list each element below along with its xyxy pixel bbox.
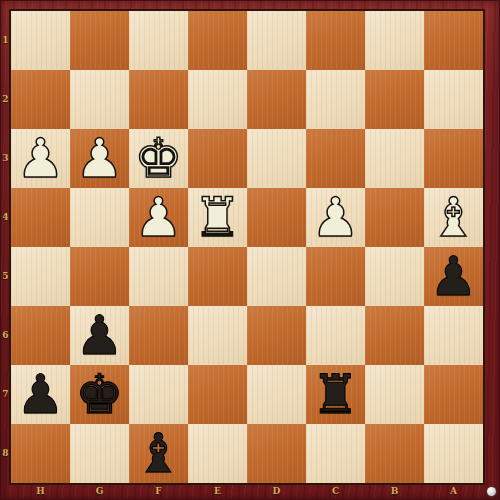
square-e6[interactable] bbox=[188, 306, 247, 365]
square-e4[interactable]: ♜ bbox=[188, 188, 247, 247]
square-h3[interactable]: ♟ bbox=[11, 129, 70, 188]
square-c4[interactable]: ♟ bbox=[306, 188, 365, 247]
square-h8[interactable] bbox=[11, 424, 70, 483]
white-pawn-g3[interactable]: ♟ bbox=[70, 129, 129, 188]
square-a3[interactable] bbox=[424, 129, 483, 188]
file-label-e: E bbox=[188, 483, 247, 500]
square-b6[interactable] bbox=[365, 306, 424, 365]
black-pawn-h7[interactable]: ♟ bbox=[11, 365, 70, 424]
rank-label-3: 3 bbox=[0, 129, 11, 188]
rank-label-5: 5 bbox=[0, 247, 11, 306]
square-g6[interactable]: ♟ bbox=[70, 306, 129, 365]
rank-label-6: 6 bbox=[0, 306, 11, 365]
white-pawn-c4[interactable]: ♟ bbox=[306, 188, 365, 247]
square-c1[interactable] bbox=[306, 11, 365, 70]
square-g7[interactable]: ♚ bbox=[70, 365, 129, 424]
square-b2[interactable] bbox=[365, 70, 424, 129]
square-f4[interactable]: ♟ bbox=[129, 188, 188, 247]
square-h6[interactable] bbox=[11, 306, 70, 365]
square-a1[interactable] bbox=[424, 11, 483, 70]
white-pawn-h3[interactable]: ♟ bbox=[11, 129, 70, 188]
white-rook-e4[interactable]: ♜ bbox=[188, 188, 247, 247]
square-e3[interactable] bbox=[188, 129, 247, 188]
square-d6[interactable] bbox=[247, 306, 306, 365]
black-pawn-a5[interactable]: ♟ bbox=[424, 247, 483, 306]
file-label-h: H bbox=[11, 483, 70, 500]
square-b7[interactable] bbox=[365, 365, 424, 424]
square-d1[interactable] bbox=[247, 11, 306, 70]
square-a7[interactable] bbox=[424, 365, 483, 424]
black-bishop-f8[interactable]: ♝ bbox=[129, 424, 188, 483]
file-label-f: F bbox=[129, 483, 188, 500]
square-g2[interactable] bbox=[70, 70, 129, 129]
file-label-c: C bbox=[306, 483, 365, 500]
black-pawn-g6[interactable]: ♟ bbox=[70, 306, 129, 365]
square-h2[interactable] bbox=[11, 70, 70, 129]
black-king-g7[interactable]: ♚ bbox=[70, 365, 129, 424]
square-h7[interactable]: ♟ bbox=[11, 365, 70, 424]
square-b5[interactable] bbox=[365, 247, 424, 306]
square-h4[interactable] bbox=[11, 188, 70, 247]
square-d2[interactable] bbox=[247, 70, 306, 129]
square-a2[interactable] bbox=[424, 70, 483, 129]
square-b3[interactable] bbox=[365, 129, 424, 188]
square-a6[interactable] bbox=[424, 306, 483, 365]
square-b8[interactable] bbox=[365, 424, 424, 483]
square-d4[interactable] bbox=[247, 188, 306, 247]
square-d3[interactable] bbox=[247, 129, 306, 188]
file-label-d: D bbox=[247, 483, 306, 500]
square-c7[interactable]: ♜ bbox=[306, 365, 365, 424]
white-pawn-f4[interactable]: ♟ bbox=[129, 188, 188, 247]
rank-label-8: 8 bbox=[0, 424, 11, 483]
square-e1[interactable] bbox=[188, 11, 247, 70]
square-a8[interactable] bbox=[424, 424, 483, 483]
square-f1[interactable] bbox=[129, 11, 188, 70]
square-g8[interactable] bbox=[70, 424, 129, 483]
square-e2[interactable] bbox=[188, 70, 247, 129]
square-c2[interactable] bbox=[306, 70, 365, 129]
rank-label-2: 2 bbox=[0, 70, 11, 129]
square-f2[interactable] bbox=[129, 70, 188, 129]
square-d5[interactable] bbox=[247, 247, 306, 306]
square-g1[interactable] bbox=[70, 11, 129, 70]
square-g5[interactable] bbox=[70, 247, 129, 306]
square-g3[interactable]: ♟ bbox=[70, 129, 129, 188]
file-label-b: B bbox=[365, 483, 424, 500]
rank-label-4: 4 bbox=[0, 188, 11, 247]
square-a5[interactable]: ♟ bbox=[424, 247, 483, 306]
square-c3[interactable] bbox=[306, 129, 365, 188]
square-f8[interactable]: ♝ bbox=[129, 424, 188, 483]
square-b4[interactable] bbox=[365, 188, 424, 247]
square-d7[interactable] bbox=[247, 365, 306, 424]
square-b1[interactable] bbox=[365, 11, 424, 70]
black-rook-c7[interactable]: ♜ bbox=[306, 365, 365, 424]
square-c5[interactable] bbox=[306, 247, 365, 306]
square-a4[interactable]: ♝ bbox=[424, 188, 483, 247]
square-e8[interactable] bbox=[188, 424, 247, 483]
white-bishop-a4[interactable]: ♝ bbox=[424, 188, 483, 247]
chess-board: ♟♟♚♟♜♟♝♟♟♟♚♜♝ bbox=[11, 11, 483, 483]
square-f6[interactable] bbox=[129, 306, 188, 365]
square-c8[interactable] bbox=[306, 424, 365, 483]
square-e7[interactable] bbox=[188, 365, 247, 424]
chess-board-frame: ♟♟♚♟♜♟♝♟♟♟♚♜♝ 12345678 HGFEDCBA bbox=[0, 0, 500, 500]
file-label-a: A bbox=[424, 483, 483, 500]
square-f5[interactable] bbox=[129, 247, 188, 306]
square-h1[interactable] bbox=[11, 11, 70, 70]
square-f3[interactable]: ♚ bbox=[129, 129, 188, 188]
square-f7[interactable] bbox=[129, 365, 188, 424]
white-king-f3[interactable]: ♚ bbox=[129, 129, 188, 188]
square-c6[interactable] bbox=[306, 306, 365, 365]
rank-label-1: 1 bbox=[0, 11, 11, 70]
file-label-g: G bbox=[70, 483, 129, 500]
square-g4[interactable] bbox=[70, 188, 129, 247]
square-e5[interactable] bbox=[188, 247, 247, 306]
square-d8[interactable] bbox=[247, 424, 306, 483]
white-to-move-indicator bbox=[487, 487, 496, 496]
square-h5[interactable] bbox=[11, 247, 70, 306]
rank-label-7: 7 bbox=[0, 365, 11, 424]
